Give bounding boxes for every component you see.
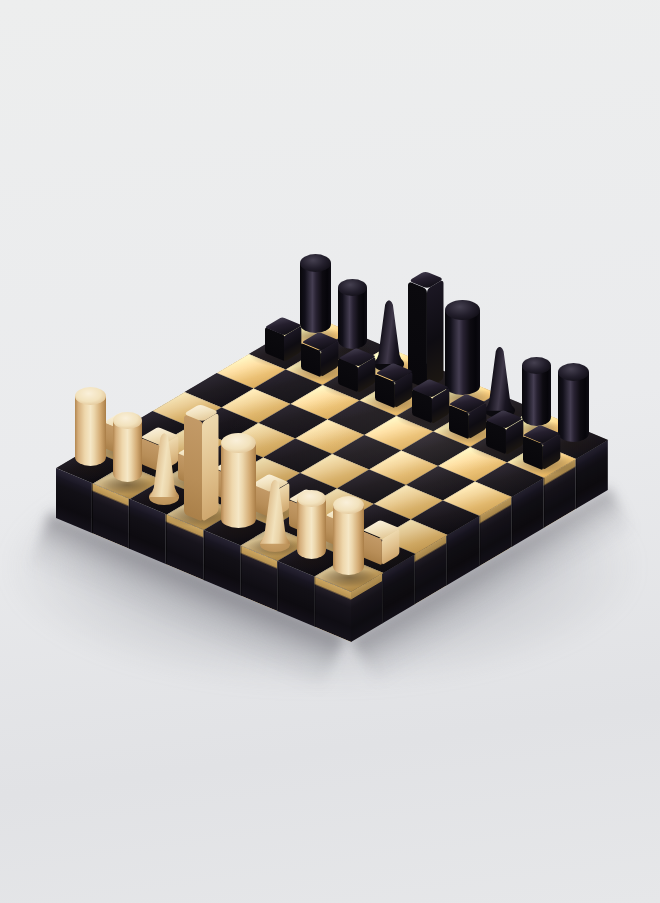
piece-part bbox=[558, 363, 589, 381]
piece-part bbox=[75, 396, 106, 466]
piece-part bbox=[558, 372, 589, 442]
piece-part bbox=[522, 365, 551, 426]
piece-part bbox=[184, 414, 203, 522]
piece-part bbox=[113, 412, 142, 429]
piece-part bbox=[297, 490, 326, 507]
piece-part bbox=[522, 357, 551, 374]
piece-part bbox=[338, 288, 367, 349]
piece-part bbox=[221, 433, 256, 453]
scene bbox=[0, 0, 660, 903]
piece-part bbox=[300, 254, 331, 272]
piece-part bbox=[297, 498, 326, 559]
piece-part bbox=[333, 496, 364, 514]
piece-part bbox=[202, 412, 218, 522]
piece-part bbox=[333, 505, 364, 575]
piece-part bbox=[300, 263, 331, 333]
piece-part bbox=[113, 421, 142, 482]
piece-part bbox=[338, 279, 367, 296]
piece-part bbox=[427, 279, 443, 389]
piece-part bbox=[445, 310, 480, 395]
piece-part bbox=[221, 443, 256, 528]
